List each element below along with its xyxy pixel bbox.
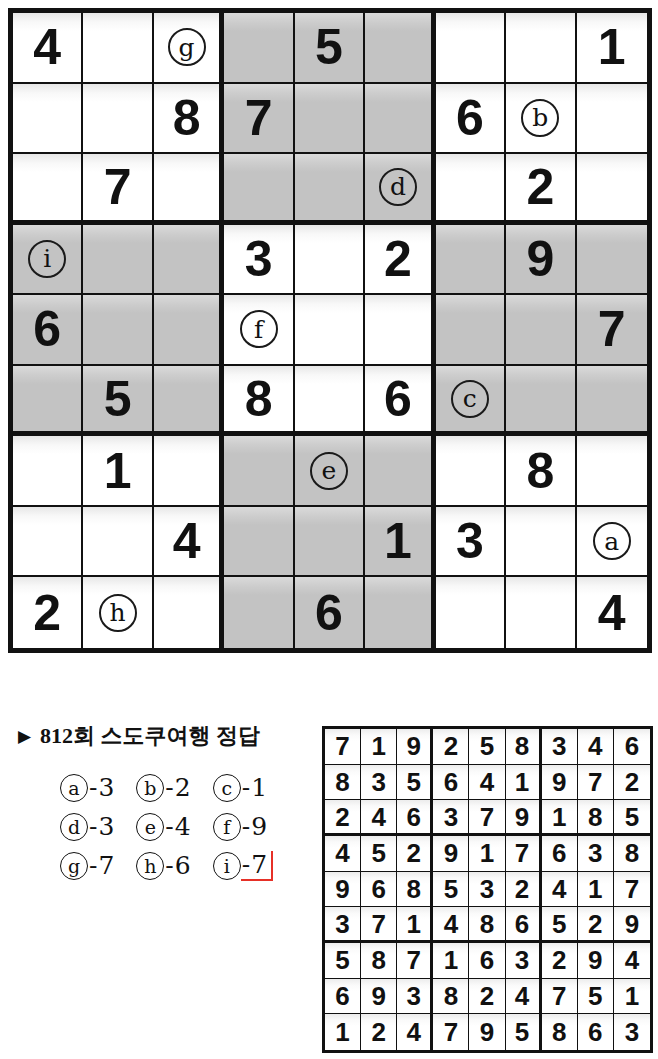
answer-pair-b: b-2 [136,773,194,803]
circled-letter-g: g [168,28,206,66]
solution-cell-r2c5: 4 [469,765,505,801]
solution-cell-r9c5: 9 [469,1014,505,1050]
solution-cell-r2c2: 3 [361,765,397,801]
circled-letter-b: b [521,99,559,137]
given-digit: 7 [104,162,132,212]
circled-letter-e: e [310,452,348,490]
solution-cell-r9c7: 8 [542,1014,578,1050]
cell-r9c8 [506,577,576,648]
solution-cell-r3c3: 6 [397,800,433,836]
cell-r6c7: c [436,366,506,437]
cell-r4c3 [154,225,224,296]
cell-r7c8: 8 [506,436,576,507]
solution-cell-r6c7: 5 [542,907,578,943]
triangle-bullet-icon: ▶ [18,726,31,746]
cell-r2c2 [83,84,153,155]
solution-cell-r3c6: 9 [506,800,542,836]
given-digit: 7 [245,93,273,143]
cell-r9c6 [365,577,435,648]
cell-r7c4 [224,436,294,507]
solution-cell-r7c9: 4 [614,943,650,979]
given-digit: 1 [104,446,132,496]
answer-value: -9 [241,813,271,841]
solution-cell-r2c4: 6 [433,765,469,801]
answer-value: -6 [164,852,194,880]
solution-cell-r5c3: 8 [397,872,433,908]
solution-cell-r8c9: 1 [614,979,650,1015]
solution-cell-r3c9: 5 [614,800,650,836]
cell-r4c2 [83,225,153,296]
cell-r6c9 [577,366,647,437]
solution-cell-r6c8: 2 [578,907,614,943]
cell-r4c9 [577,225,647,296]
cell-r5c2 [83,295,153,366]
answer-pair-a: a-3 [60,773,118,803]
cell-r3c2: 7 [83,154,153,225]
given-digit: 4 [33,22,61,72]
solution-cell-r6c6: 6 [506,907,542,943]
solution-cell-r1c8: 4 [578,729,614,765]
solution-cell-r6c1: 3 [325,907,361,943]
cell-r8c1 [13,507,83,578]
cell-r6c4: 8 [224,366,294,437]
circled-letter-f: f [240,310,278,348]
circled-letter-i: i [28,240,66,278]
circled-letter-d: d [60,813,88,841]
cell-r6c1 [13,366,83,437]
cell-r4c6: 2 [365,225,435,296]
cell-r1c9: 1 [577,13,647,84]
cell-r5c8 [506,295,576,366]
sudoku-page: 4g51876b7d2i3296f7586c1e8413a2h64 ▶ 812회… [0,0,658,1059]
given-digit: 6 [384,374,412,424]
cell-r2c1 [13,84,83,155]
cell-r7c1 [13,436,83,507]
solution-cell-r9c4: 7 [433,1014,469,1050]
cell-r2c9 [577,84,647,155]
solution-cell-r1c6: 8 [506,729,542,765]
solution-cell-r4c3: 2 [397,836,433,872]
cell-r2c8: b [506,84,576,155]
given-digit: 5 [104,374,132,424]
answer-value: -1 [241,774,271,802]
solution-cell-r8c1: 6 [325,979,361,1015]
cell-r9c7 [436,577,506,648]
cell-r8c4 [224,507,294,578]
solution-cell-r6c5: 8 [469,907,505,943]
given-digit: 6 [33,304,61,354]
solution-cell-r5c8: 1 [578,872,614,908]
given-digit: 1 [384,516,412,566]
cell-r9c1: 2 [13,577,83,648]
answer-value: -4 [164,813,194,841]
answer-value: -3 [88,813,118,841]
solution-cell-r2c7: 9 [542,765,578,801]
solution-cell-r5c5: 3 [469,872,505,908]
cell-r1c2 [83,13,153,84]
cell-r7c5: e [295,436,365,507]
solution-cell-r4c1: 4 [325,836,361,872]
cell-r2c7: 6 [436,84,506,155]
cell-r5c3 [154,295,224,366]
cell-r5c6 [365,295,435,366]
cell-r9c2: h [83,577,153,648]
solution-cell-r4c5: 1 [469,836,505,872]
solution-cell-r2c8: 7 [578,765,614,801]
cell-r7c7 [436,436,506,507]
given-digit: 4 [598,588,626,638]
cell-r9c3 [154,577,224,648]
cell-r3c4 [224,154,294,225]
solution-cell-r4c8: 3 [578,836,614,872]
given-digit: 3 [245,234,273,284]
circled-letter-d: d [379,168,417,206]
cell-r5c9: 7 [577,295,647,366]
solution-cell-r9c8: 6 [578,1014,614,1050]
solution-cell-r4c2: 5 [361,836,397,872]
circled-letter-b: b [136,774,164,802]
cell-r6c2: 5 [83,366,153,437]
given-digit: 6 [456,93,484,143]
solution-cell-r9c6: 5 [506,1014,542,1050]
solution-cell-r8c6: 4 [506,979,542,1015]
cell-r5c7 [436,295,506,366]
solution-cell-r7c7: 2 [542,943,578,979]
solution-cell-r1c4: 2 [433,729,469,765]
given-digit: 1 [598,22,626,72]
answer-pair-g: g-7 [60,851,118,881]
cell-r3c1 [13,154,83,225]
solution-cell-r3c5: 7 [469,800,505,836]
solution-cell-r6c9: 9 [614,907,650,943]
cell-r7c9 [577,436,647,507]
circled-letter-a: a [593,522,631,560]
cell-r9c4 [224,577,294,648]
cell-r8c7: 3 [436,507,506,578]
solution-cell-r8c7: 7 [542,979,578,1015]
cell-r8c9: a [577,507,647,578]
solution-cell-r8c5: 2 [469,979,505,1015]
circled-letter-g: g [60,852,88,880]
circled-letter-h: h [136,852,164,880]
circled-letter-i: i [213,852,241,880]
cell-r1c8 [506,13,576,84]
solution-cell-r8c2: 9 [361,979,397,1015]
solution-cell-r9c2: 2 [361,1014,397,1050]
cell-r8c2 [83,507,153,578]
solution-cell-r2c6: 1 [506,765,542,801]
given-digit: 2 [33,588,61,638]
cell-r6c6: 6 [365,366,435,437]
answer-pair-d: d-3 [60,812,118,842]
solution-cell-r2c1: 8 [325,765,361,801]
solution-cell-r2c9: 2 [614,765,650,801]
solution-cell-r9c3: 4 [397,1014,433,1050]
solution-cell-r5c2: 6 [361,872,397,908]
solution-cell-r7c5: 6 [469,943,505,979]
solution-grid: 7192583468356419722463791854529176389685… [322,726,653,1053]
solution-cell-r6c4: 4 [433,907,469,943]
solution-cell-r9c1: 1 [325,1014,361,1050]
answer-value: -2 [164,774,194,802]
circled-letter-a: a [60,774,88,802]
cell-r1c6 [365,13,435,84]
cell-r5c4: f [224,295,294,366]
cell-r3c8: 2 [506,154,576,225]
solution-cell-r3c8: 8 [578,800,614,836]
puzzle-grid: 4g51876b7d2i3296f7586c1e8413a2h64 [8,8,652,653]
solution-cell-r3c1: 2 [325,800,361,836]
given-digit: 6 [315,588,343,638]
solution-cell-r1c3: 9 [397,729,433,765]
solution-cell-r2c3: 5 [397,765,433,801]
cell-r3c6: d [365,154,435,225]
cell-r1c3: g [154,13,224,84]
solution-cell-r1c9: 6 [614,729,650,765]
circled-letter-c: c [213,774,241,802]
circled-letter-h: h [99,594,137,632]
given-digit: 2 [384,234,412,284]
solution-cell-r6c2: 7 [361,907,397,943]
cell-r4c1: i [13,225,83,296]
solution-cell-r7c1: 5 [325,943,361,979]
cell-r6c5 [295,366,365,437]
answer-value: -3 [88,774,118,802]
solution-cell-r7c4: 1 [433,943,469,979]
solution-cell-r7c2: 8 [361,943,397,979]
cell-r5c5 [295,295,365,366]
answer-pair-h: h-6 [136,851,194,881]
cell-r4c4: 3 [224,225,294,296]
given-digit: 8 [526,446,554,496]
answer-pair-c: c-1 [213,773,273,803]
cell-r3c9 [577,154,647,225]
solution-cell-r4c7: 6 [542,836,578,872]
cell-r7c6 [365,436,435,507]
solution-cell-r5c7: 4 [542,872,578,908]
answer-pair-e: e-4 [136,812,194,842]
answer-title-text: 812회 스도쿠여행 정답 [40,721,260,751]
cell-r2c5 [295,84,365,155]
solution-cell-r1c5: 5 [469,729,505,765]
solution-cell-r6c3: 1 [397,907,433,943]
solution-cell-r7c3: 7 [397,943,433,979]
solution-cell-r5c1: 9 [325,872,361,908]
cell-r4c7 [436,225,506,296]
solution-cell-r3c2: 4 [361,800,397,836]
given-digit: 5 [315,22,343,72]
cell-r8c6: 1 [365,507,435,578]
letter-answer-key: a-3b-2c-1d-3e-4f-9g-7h-6i-7 [60,773,273,881]
cell-r7c3 [154,436,224,507]
cell-r8c3: 4 [154,507,224,578]
cell-r9c9: 4 [577,577,647,648]
given-digit: 8 [245,374,273,424]
cell-r5c1: 6 [13,295,83,366]
circled-letter-c: c [451,380,489,418]
cell-r6c8 [506,366,576,437]
cell-r9c5: 6 [295,577,365,648]
solution-cell-r8c8: 5 [578,979,614,1015]
solution-cell-r5c9: 7 [614,872,650,908]
solution-cell-r7c6: 3 [506,943,542,979]
cell-r1c4 [224,13,294,84]
cell-r3c7 [436,154,506,225]
answer-value-red-marked: -7 [241,851,273,881]
solution-cell-r4c4: 9 [433,836,469,872]
answer-pair-i: i-7 [213,851,273,881]
solution-cell-r8c4: 8 [433,979,469,1015]
solution-cell-r7c8: 9 [578,943,614,979]
solution-cell-r1c2: 1 [361,729,397,765]
solution-cell-r4c6: 7 [506,836,542,872]
cell-r1c5: 5 [295,13,365,84]
cell-r4c8: 9 [506,225,576,296]
cell-r3c5 [295,154,365,225]
cell-r1c1: 4 [13,13,83,84]
answer-pair-f: f-9 [213,812,273,842]
solution-cell-r1c1: 7 [325,729,361,765]
cell-r3c3 [154,154,224,225]
solution-cell-r9c9: 3 [614,1014,650,1050]
given-digit: 3 [456,516,484,566]
cell-r7c2: 1 [83,436,153,507]
answer-value: -7 [88,852,118,880]
solution-cell-r5c4: 5 [433,872,469,908]
given-digit: 7 [598,304,626,354]
given-digit: 4 [173,516,201,566]
cell-r6c3 [154,366,224,437]
given-digit: 8 [173,93,201,143]
solution-cell-r1c7: 3 [542,729,578,765]
given-digit: 9 [526,234,554,284]
given-digit: 2 [526,162,554,212]
cell-r8c8 [506,507,576,578]
cell-r2c3: 8 [154,84,224,155]
cell-r8c5 [295,507,365,578]
solution-cell-r3c7: 1 [542,800,578,836]
circled-letter-f: f [213,813,241,841]
cell-r2c6 [365,84,435,155]
solution-cell-r3c4: 3 [433,800,469,836]
circled-letter-e: e [136,813,164,841]
cell-r2c4: 7 [224,84,294,155]
solution-cell-r5c6: 2 [506,872,542,908]
cell-r4c5 [295,225,365,296]
solution-cell-r4c9: 8 [614,836,650,872]
answer-title: ▶ 812회 스도쿠여행 정답 [18,721,260,751]
cell-r1c7 [436,13,506,84]
solution-cell-r8c3: 3 [397,979,433,1015]
